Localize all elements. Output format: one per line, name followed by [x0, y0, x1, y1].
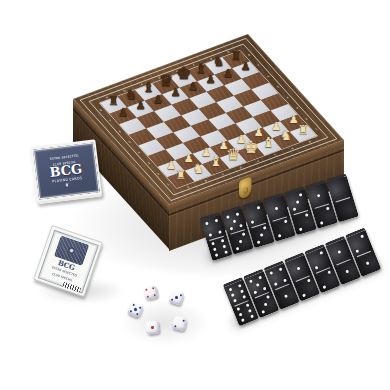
coord-label: 4 [286, 96, 290, 99]
coord-label: b [204, 179, 208, 182]
coord-label: 5 [276, 85, 280, 88]
coord-label: g [291, 147, 295, 150]
deck-navy-panel: EXTRA SELECTED CLUB SPECIAL BCG PLAYING … [32, 142, 99, 199]
coord-label: e [257, 160, 260, 163]
coord-label: d [239, 166, 243, 169]
die-showing-3[interactable] [168, 289, 184, 305]
coord-label: 8 [247, 54, 251, 57]
die-showing-1[interactable] [145, 320, 159, 334]
coord-label: 2 [157, 172, 161, 175]
coord-label: a [186, 186, 189, 189]
coord-label: 1 [166, 183, 170, 186]
brass-clasp[interactable] [239, 176, 251, 200]
coord-label: g [209, 57, 213, 60]
coord-label: h [308, 140, 312, 143]
coord-label: 3 [147, 162, 151, 165]
coord-label: e [175, 70, 178, 73]
die-showing-5[interactable] [127, 301, 144, 318]
die-showing-2[interactable] [172, 316, 187, 331]
coord-label: 5 [128, 140, 132, 143]
coord-label: 6 [118, 130, 122, 133]
game-set-photo: abcdefgh abcdefgh 87654321 87654321 ♜♞♝♛… [0, 0, 390, 390]
die-showing-4[interactable] [143, 285, 158, 300]
coord-label: 6 [266, 75, 270, 78]
coord-label: 8 [99, 109, 103, 112]
coord-label: 1 [314, 128, 318, 131]
coord-label: f [193, 64, 196, 66]
card-deck-white[interactable]: BCG EXTRA SELECTED CLUB SPECIAL [33, 225, 103, 297]
coord-label: 3 [295, 107, 299, 110]
coord-label: c [222, 173, 225, 175]
coord-label: h [227, 51, 231, 54]
coord-label: b [123, 89, 127, 92]
coord-label: d [158, 76, 162, 79]
flourish-ornament: ❦ [65, 183, 69, 187]
card-deck-navy[interactable]: EXTRA SELECTED CLUB SPECIAL BCG PLAYING … [30, 139, 103, 205]
coord-label: f [274, 154, 277, 156]
coord-label: 7 [257, 64, 261, 67]
coord-label: 2 [305, 117, 309, 120]
coord-label: 7 [109, 119, 113, 122]
coord-label: a [105, 96, 108, 99]
coord-label: 4 [137, 151, 141, 154]
coord-label: c [140, 83, 143, 85]
